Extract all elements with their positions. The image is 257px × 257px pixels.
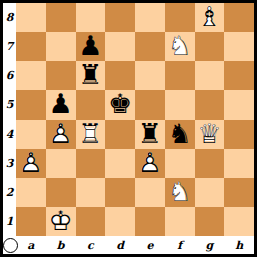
square-b5[interactable]: ♟ xyxy=(46,90,76,119)
square-e2[interactable] xyxy=(135,178,165,207)
file-label-b: b xyxy=(46,236,76,254)
square-f5[interactable] xyxy=(165,90,195,119)
square-g8[interactable]: ♝♗ xyxy=(195,3,225,32)
square-c2[interactable] xyxy=(76,178,106,207)
square-e6[interactable] xyxy=(135,61,165,90)
white-to-move-indicator xyxy=(3,238,18,253)
square-b3[interactable] xyxy=(46,149,76,178)
square-d7[interactable] xyxy=(105,32,135,61)
square-h4[interactable] xyxy=(224,120,254,149)
square-d2[interactable] xyxy=(105,178,135,207)
square-h1[interactable] xyxy=(224,207,254,236)
square-d4[interactable] xyxy=(105,120,135,149)
square-h3[interactable] xyxy=(224,149,254,178)
square-d8[interactable] xyxy=(105,3,135,32)
square-d5[interactable]: ♚ xyxy=(105,90,135,119)
black-rook[interactable]: ♜ xyxy=(135,120,165,149)
square-h8[interactable] xyxy=(224,3,254,32)
white-knight[interactable]: ♞♘ xyxy=(165,32,195,61)
black-rook[interactable]: ♜ xyxy=(76,61,106,90)
square-d3[interactable] xyxy=(105,149,135,178)
rank-label-1: 1 xyxy=(3,207,16,236)
square-g2[interactable] xyxy=(195,178,225,207)
white-knight[interactable]: ♞♘ xyxy=(165,178,195,207)
black-king[interactable]: ♚ xyxy=(105,90,135,119)
white-queen[interactable]: ♛♕ xyxy=(195,120,225,149)
square-a7[interactable] xyxy=(16,32,46,61)
square-e4[interactable]: ♜ xyxy=(135,120,165,149)
rank-label-6: 6 xyxy=(3,61,16,90)
white-rook-icon: ♖ xyxy=(78,120,102,147)
black-knight[interactable]: ♞ xyxy=(165,120,195,149)
square-b6[interactable] xyxy=(46,61,76,90)
white-pawn[interactable]: ♟♙ xyxy=(16,149,46,178)
square-c1[interactable] xyxy=(76,207,106,236)
square-f2[interactable]: ♞♘ xyxy=(165,178,195,207)
file-labels: a b c d e f g h xyxy=(16,236,254,254)
square-d1[interactable] xyxy=(105,207,135,236)
white-knight-icon: ♘ xyxy=(168,32,192,59)
file-label-f: f xyxy=(165,236,195,254)
square-g3[interactable] xyxy=(195,149,225,178)
chess-diagram: 8 7 6 5 4 3 2 1 ♝♗♟♞♘♜♟♚♟♙♜♖♜♞♛♕♟♙♟♙♞♘♚♔… xyxy=(0,0,257,257)
black-pawn-icon: ♟ xyxy=(78,32,102,59)
square-h6[interactable] xyxy=(224,61,254,90)
file-label-e: e xyxy=(135,236,165,254)
square-c8[interactable] xyxy=(76,3,106,32)
black-rook-icon: ♜ xyxy=(78,61,102,88)
square-g1[interactable] xyxy=(195,207,225,236)
square-a1[interactable] xyxy=(16,207,46,236)
rank-label-3: 3 xyxy=(3,149,16,178)
square-c5[interactable] xyxy=(76,90,106,119)
white-bishop[interactable]: ♝♗ xyxy=(195,3,225,32)
square-b2[interactable] xyxy=(46,178,76,207)
square-h2[interactable] xyxy=(224,178,254,207)
square-a2[interactable] xyxy=(16,178,46,207)
square-b7[interactable] xyxy=(46,32,76,61)
rank-labels: 8 7 6 5 4 3 2 1 xyxy=(3,3,16,236)
white-knight-icon: ♘ xyxy=(168,178,192,205)
square-c3[interactable] xyxy=(76,149,106,178)
white-pawn-icon: ♙ xyxy=(49,120,73,147)
black-pawn-icon: ♟ xyxy=(49,90,73,117)
square-f7[interactable]: ♞♘ xyxy=(165,32,195,61)
file-label-a: a xyxy=(16,236,46,254)
black-rook-icon: ♜ xyxy=(138,120,162,147)
square-b8[interactable] xyxy=(46,3,76,32)
white-king-icon: ♔ xyxy=(49,207,73,234)
square-g5[interactable] xyxy=(195,90,225,119)
square-d6[interactable] xyxy=(105,61,135,90)
black-king-icon: ♚ xyxy=(108,90,132,117)
rank-label-4: 4 xyxy=(3,120,16,149)
square-h7[interactable] xyxy=(224,32,254,61)
white-pawn[interactable]: ♟♙ xyxy=(135,149,165,178)
square-f1[interactable] xyxy=(165,207,195,236)
square-f8[interactable] xyxy=(165,3,195,32)
square-c7[interactable]: ♟ xyxy=(76,32,106,61)
square-g6[interactable] xyxy=(195,61,225,90)
square-b4[interactable]: ♟♙ xyxy=(46,120,76,149)
square-e7[interactable] xyxy=(135,32,165,61)
rank-label-5: 5 xyxy=(3,90,16,119)
black-knight-icon: ♞ xyxy=(168,120,192,147)
square-g7[interactable] xyxy=(195,32,225,61)
square-a5[interactable] xyxy=(16,90,46,119)
square-f6[interactable] xyxy=(165,61,195,90)
white-king[interactable]: ♚♔ xyxy=(46,207,76,236)
square-f3[interactable] xyxy=(165,149,195,178)
white-pawn[interactable]: ♟♙ xyxy=(46,120,76,149)
black-pawn[interactable]: ♟ xyxy=(46,90,76,119)
square-b1[interactable]: ♚♔ xyxy=(46,207,76,236)
rank-label-7: 7 xyxy=(3,32,16,61)
square-a6[interactable] xyxy=(16,61,46,90)
file-label-h: h xyxy=(224,236,254,254)
white-bishop-icon: ♗ xyxy=(197,3,221,30)
white-queen-icon: ♕ xyxy=(197,120,221,147)
square-a4[interactable] xyxy=(16,120,46,149)
square-e1[interactable] xyxy=(135,207,165,236)
square-f4[interactable]: ♞ xyxy=(165,120,195,149)
white-pawn-icon: ♙ xyxy=(19,149,43,176)
rank-label-8: 8 xyxy=(3,3,16,32)
file-label-g: g xyxy=(195,236,225,254)
square-c6[interactable]: ♜ xyxy=(76,61,106,90)
square-e5[interactable] xyxy=(135,90,165,119)
square-e3[interactable]: ♟♙ xyxy=(135,149,165,178)
file-label-c: c xyxy=(76,236,106,254)
square-e8[interactable] xyxy=(135,3,165,32)
square-a8[interactable] xyxy=(16,3,46,32)
file-label-d: d xyxy=(105,236,135,254)
square-c4[interactable]: ♜♖ xyxy=(76,120,106,149)
square-h5[interactable] xyxy=(224,90,254,119)
black-pawn[interactable]: ♟ xyxy=(76,32,106,61)
square-a3[interactable]: ♟♙ xyxy=(16,149,46,178)
white-rook[interactable]: ♜♖ xyxy=(76,120,106,149)
chess-board: ♝♗♟♞♘♜♟♚♟♙♜♖♜♞♛♕♟♙♟♙♞♘♚♔ xyxy=(16,3,254,236)
square-g4[interactable]: ♛♕ xyxy=(195,120,225,149)
white-pawn-icon: ♙ xyxy=(138,149,162,176)
rank-label-2: 2 xyxy=(3,178,16,207)
